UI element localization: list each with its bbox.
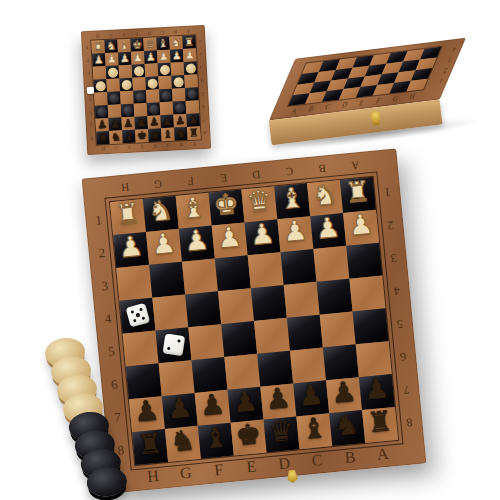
piece-white-pawn[interactable]: ♟	[113, 229, 149, 265]
coordinate-label: 8	[395, 404, 424, 439]
coordinate-label: 1	[84, 202, 113, 237]
coordinate-label: F	[173, 167, 208, 196]
coordinate-label: 3	[442, 54, 458, 66]
piece-black-pawn[interactable]: ♟	[194, 387, 230, 423]
small-square	[158, 76, 172, 90]
square-b8[interactable]: ♞	[329, 410, 365, 446]
small-square: ♟	[105, 52, 119, 66]
coordinate-label: 2	[437, 64, 453, 76]
coordinate-label: 2	[376, 207, 405, 242]
brass-clasp[interactable]	[368, 110, 383, 126]
small-piece-black-pawn: ♟	[160, 115, 174, 129]
small-square	[132, 77, 146, 91]
square-e2[interactable]: ♟	[212, 222, 248, 258]
small-checker-light	[185, 63, 196, 74]
small-piece-white-pawn: ♟	[183, 48, 197, 62]
square-h8[interactable]: ♜	[132, 429, 168, 465]
small-square: ♞	[104, 39, 118, 53]
coordinate-label: E	[234, 452, 269, 481]
die-pip	[177, 338, 181, 342]
square-b4[interactable]	[317, 279, 353, 315]
small-square: ♟	[92, 53, 106, 67]
small-piece-white-pawn: ♟	[105, 52, 119, 66]
square-g3[interactable]	[149, 262, 185, 298]
small-checker-light	[147, 78, 158, 89]
piece-white-pawn[interactable]: ♟	[343, 207, 379, 243]
small-checker-dark	[148, 104, 159, 115]
small-square: ♟	[157, 50, 171, 64]
small-square: ♝	[156, 37, 170, 51]
coordinate-label: 4	[382, 273, 411, 308]
piece-black-pawn[interactable]: ♟	[161, 390, 197, 426]
small-piece-white-knight: ♞	[169, 36, 183, 50]
die-showing-2[interactable]	[162, 333, 185, 356]
piece-black-pawn[interactable]: ♟	[326, 374, 362, 410]
small-checker-dark	[135, 92, 146, 103]
piece-black-pawn[interactable]: ♟	[227, 384, 263, 420]
small-square: ♚	[130, 38, 144, 52]
small-square	[134, 103, 148, 117]
small-square	[119, 78, 133, 92]
piece-white-pawn[interactable]: ♟	[244, 216, 280, 252]
coordinate-label: A	[365, 440, 400, 469]
coordinate-label: 6	[199, 100, 209, 113]
coordinate-label: G	[110, 142, 124, 153]
coordinate-label: 7	[199, 113, 209, 126]
square-d5[interactable]	[254, 318, 290, 354]
square-e8[interactable]: ♚	[231, 420, 267, 456]
coordinate-label: C	[272, 157, 307, 186]
small-checker-dark	[174, 103, 185, 114]
small-piece-white-king: ♚	[130, 38, 144, 52]
small-square	[94, 92, 108, 106]
square-e3[interactable]	[215, 255, 251, 291]
square-h4[interactable]	[119, 298, 155, 334]
main-board-view: 12345678 HGFEDCBA ♜♞♝♚♛♝♞♜♟♟♟♟♟♟♟♟♟♟♟♟♟♟…	[82, 149, 427, 494]
square-c3[interactable]	[281, 249, 317, 285]
small-square	[158, 63, 172, 77]
coordinate-label: 8	[200, 126, 210, 139]
small-square: ♟	[121, 117, 135, 131]
die-pip	[138, 307, 142, 311]
small-checker-light	[173, 77, 184, 88]
coordinate-label: D	[149, 140, 163, 151]
piece-black-pawn[interactable]: ♟	[260, 381, 296, 417]
square-h5[interactable]	[123, 330, 159, 366]
piece-white-pawn[interactable]: ♟	[277, 213, 313, 249]
small-square: ♟	[118, 52, 132, 66]
small-checker-dark	[122, 105, 133, 116]
small-piece-black-pawn: ♟	[147, 115, 161, 129]
piece-black-pawn[interactable]: ♟	[359, 371, 395, 407]
piece-black-pawn[interactable]: ♟	[129, 393, 165, 429]
small-square	[171, 62, 185, 76]
coordinate-label: 3	[379, 240, 408, 275]
coordinate-label: C	[299, 446, 334, 475]
square-f5[interactable]	[188, 324, 224, 360]
piece-black-rook[interactable]: ♜	[132, 426, 168, 462]
product-photo-scene: HGFEDCBA 12345678 ♜♞♝♚♛♝♞♜♟♟♟♟♟♟♟♟♟♟♟♟♟♟…	[0, 0, 500, 500]
small-piece-white-bishop: ♝	[156, 37, 170, 51]
coordinate-label: 1	[433, 75, 449, 87]
piece-white-pawn[interactable]: ♟	[310, 210, 346, 246]
small-die	[87, 87, 94, 94]
square-e4[interactable]	[218, 288, 254, 324]
small-square: ♟	[160, 115, 174, 129]
small-square	[93, 79, 107, 93]
piece-black-pawn[interactable]: ♟	[293, 377, 329, 413]
coordinate-label: 6	[389, 339, 418, 374]
coordinate-label: 3	[90, 268, 119, 303]
small-square: ♟	[183, 48, 197, 62]
square-f3[interactable]	[182, 258, 218, 294]
square-h2[interactable]: ♟	[113, 232, 149, 268]
square-c4[interactable]	[284, 282, 320, 318]
square-a2[interactable]: ♟	[343, 210, 379, 246]
square-e5[interactable]	[221, 321, 257, 357]
small-square	[107, 91, 121, 105]
small-piece-black-pawn: ♟	[134, 116, 148, 130]
square-a5[interactable]	[353, 308, 389, 344]
die-pip	[132, 318, 136, 322]
small-checker-light	[159, 64, 170, 75]
main-board-grid: ♜♞♝♚♛♝♞♜♟♟♟♟♟♟♟♟♟♟♟♟♟♟♟♟♜♞♝♚♛♝♞♜	[110, 177, 398, 465]
square-b5[interactable]	[320, 312, 356, 348]
small-board-view: HGFEDCBA 12345678 ♜♞♝♚♛♝♞♜♟♟♟♟♟♟♟♟♟♟♟♟♟♟…	[81, 25, 211, 155]
small-square	[160, 102, 174, 116]
square-g8[interactable]: ♞	[165, 426, 201, 462]
coordinate-label: 5	[385, 306, 414, 341]
piece-black-bishop[interactable]: ♝	[198, 420, 234, 456]
coordinate-label: A	[188, 138, 202, 149]
piece-black-bishop[interactable]: ♝	[296, 410, 332, 446]
small-piece-white-pawn: ♟	[92, 53, 106, 67]
piece-white-pawn[interactable]: ♟	[179, 223, 215, 259]
small-piece-white-pawn: ♟	[170, 49, 184, 63]
small-piece-white-rook: ♜	[182, 35, 196, 49]
square-d4[interactable]	[251, 285, 287, 321]
small-checker-dark	[161, 90, 172, 101]
square-c5[interactable]	[287, 315, 323, 351]
coordinate-label: 5	[198, 87, 208, 100]
square-f2[interactable]: ♟	[179, 226, 215, 262]
small-board-grid: ♜♞♝♚♛♝♞♜♟♟♟♟♟♟♟♟♟♟♟♟♟♟♟♟♜♞♝♚♛♝♞♜	[91, 35, 200, 144]
coordinate-label: 1	[195, 35, 205, 48]
coordinate-label: B	[175, 139, 189, 150]
square-g5[interactable]	[155, 327, 191, 363]
coordinate-label: A	[337, 151, 372, 180]
small-square	[133, 90, 147, 104]
small-piece-white-queen: ♛	[143, 37, 157, 51]
small-piece-white-pawn: ♟	[157, 50, 171, 64]
small-square	[146, 89, 160, 103]
small-square	[186, 100, 200, 114]
coordinate-label: 2	[87, 235, 116, 270]
small-square	[106, 78, 120, 92]
coordinate-label: D	[267, 449, 302, 478]
coordinate-label: F	[123, 142, 137, 153]
coordinate-label: 4	[94, 301, 123, 336]
piece-black-rook[interactable]: ♜	[362, 404, 398, 440]
small-square	[120, 91, 134, 105]
square-c8[interactable]: ♝	[296, 413, 332, 449]
small-square: ♞	[169, 36, 183, 50]
coordinate-label: 2	[196, 48, 206, 61]
piece-black-knight[interactable]: ♞	[329, 407, 365, 443]
small-square	[119, 65, 133, 79]
small-checker-dark	[96, 107, 107, 118]
small-square	[145, 76, 159, 90]
piece-black-queen[interactable]: ♛	[263, 413, 299, 449]
coordinate-label: E	[206, 164, 241, 193]
small-square: ♟	[173, 114, 187, 128]
square-c2[interactable]: ♟	[277, 216, 313, 252]
small-checker-light	[107, 67, 118, 78]
coordinate-label: E	[136, 141, 150, 152]
square-f8[interactable]: ♝	[198, 423, 234, 459]
square-d8[interactable]: ♛	[263, 416, 299, 452]
small-square: ♟	[170, 49, 184, 63]
square-d3[interactable]	[248, 252, 284, 288]
small-piece-black-pawn: ♟	[95, 118, 109, 132]
square-a3[interactable]	[346, 243, 382, 279]
small-piece-black-pawn: ♟	[108, 117, 122, 131]
small-square	[184, 61, 198, 75]
closed-box-view: ABCDEFGH 1234	[279, 40, 460, 143]
small-square: ♜	[91, 40, 105, 54]
small-square: ♟	[134, 116, 148, 130]
small-piece-white-pawn: ♟	[144, 50, 158, 64]
coordinate-label: 4	[446, 43, 462, 55]
coordinate-label: H	[107, 173, 142, 202]
piece-white-pawn[interactable]: ♟	[146, 226, 182, 262]
small-piece-white-rook: ♜	[91, 40, 105, 54]
small-square	[121, 104, 135, 118]
coordinate-label: G	[168, 459, 203, 488]
small-square: ♟	[108, 117, 122, 131]
square-g2[interactable]: ♟	[146, 229, 182, 265]
coordinate-label: 1	[373, 174, 402, 209]
die-showing-5[interactable]	[125, 302, 150, 327]
small-square: ♛	[143, 37, 157, 51]
square-a4[interactable]	[349, 276, 385, 312]
coordinate-label: B	[305, 154, 340, 183]
square-g4[interactable]	[152, 294, 188, 330]
coordinate-label: 3	[197, 61, 207, 74]
small-piece-black-pawn: ♟	[173, 114, 187, 128]
square-f4[interactable]	[185, 291, 221, 327]
coordinate-label: 4	[197, 74, 207, 87]
small-square	[132, 64, 146, 78]
small-checker-dark	[109, 93, 120, 104]
coordinate-label: C	[162, 140, 176, 151]
small-square: ♟	[186, 113, 200, 127]
small-piece-black-pawn: ♟	[186, 113, 200, 127]
small-piece-white-bishop: ♝	[117, 39, 131, 53]
piece-black-knight[interactable]: ♞	[165, 423, 201, 459]
coordinate-label: G	[140, 170, 175, 199]
small-square	[185, 87, 199, 101]
small-checker-light	[121, 79, 132, 90]
small-piece-white-pawn: ♟	[118, 52, 132, 66]
die-pip	[129, 309, 133, 313]
die-pip	[135, 312, 139, 316]
die-pip	[141, 316, 145, 320]
small-square: ♟	[95, 118, 109, 132]
small-square	[93, 66, 107, 80]
square-a8[interactable]: ♜	[362, 407, 398, 443]
small-square	[159, 89, 173, 103]
small-square	[95, 105, 109, 119]
coordinate-label: F	[201, 456, 236, 485]
small-checker-light	[133, 66, 144, 77]
small-square: ♜	[182, 35, 196, 49]
coordinate-label: D	[239, 161, 274, 190]
square-b3[interactable]	[313, 246, 349, 282]
die-pip	[166, 346, 170, 350]
small-checker-dark	[187, 89, 198, 100]
small-piece-black-pawn: ♟	[121, 117, 135, 131]
small-square	[108, 104, 122, 118]
small-checker-light	[95, 81, 106, 92]
small-square	[171, 75, 185, 89]
small-piece-white-knight: ♞	[104, 39, 118, 53]
small-piece-white-pawn: ♟	[131, 51, 145, 65]
small-square: ♟	[147, 115, 161, 129]
square-d2[interactable]: ♟	[245, 219, 281, 255]
coordinate-label: H	[135, 462, 170, 491]
small-square: ♟	[144, 50, 158, 64]
small-square	[173, 101, 187, 115]
small-square: ♝	[117, 39, 131, 53]
small-square	[184, 74, 198, 88]
small-square	[106, 65, 120, 79]
coordinate-label: B	[332, 443, 367, 472]
piece-white-pawn[interactable]: ♟	[211, 219, 247, 255]
coordinate-label: 7	[392, 372, 421, 407]
small-square	[147, 102, 161, 116]
square-h3[interactable]	[116, 265, 152, 301]
piece-black-king[interactable]: ♚	[230, 417, 266, 453]
coordinate-label: H	[97, 143, 111, 154]
small-square	[145, 63, 159, 77]
small-square	[172, 88, 186, 102]
square-b2[interactable]: ♟	[310, 213, 346, 249]
small-square: ♟	[131, 51, 145, 65]
